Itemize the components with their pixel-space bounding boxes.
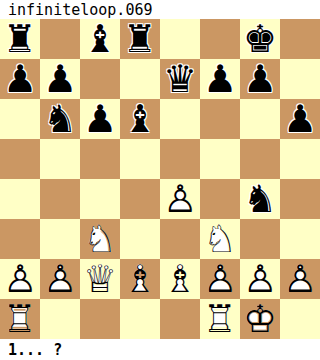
square-a6[interactable] bbox=[0, 99, 40, 139]
square-e8[interactable] bbox=[160, 19, 200, 59]
piece-white-king[interactable]: ♚♔ bbox=[240, 299, 280, 339]
square-a2[interactable]: ♟♙ bbox=[0, 259, 40, 299]
square-f8[interactable] bbox=[200, 19, 240, 59]
piece-white-pawn[interactable]: ♟♙ bbox=[280, 259, 320, 299]
piece-white-knight[interactable]: ♞♘ bbox=[200, 219, 240, 259]
square-e6[interactable] bbox=[160, 99, 200, 139]
piece-black-pawn[interactable]: ♟ bbox=[240, 59, 280, 99]
piece-white-queen[interactable]: ♛♕ bbox=[80, 259, 120, 299]
square-b5[interactable] bbox=[40, 139, 80, 179]
square-e7[interactable]: ♛ bbox=[160, 59, 200, 99]
piece-black-pawn[interactable]: ♟ bbox=[200, 59, 240, 99]
square-g6[interactable] bbox=[240, 99, 280, 139]
square-a3[interactable] bbox=[0, 219, 40, 259]
square-d6[interactable]: ♝ bbox=[120, 99, 160, 139]
square-g2[interactable]: ♟♙ bbox=[240, 259, 280, 299]
square-b2[interactable]: ♟♙ bbox=[40, 259, 80, 299]
square-b6[interactable]: ♞ bbox=[40, 99, 80, 139]
square-h7[interactable] bbox=[280, 59, 320, 99]
square-f2[interactable]: ♟♙ bbox=[200, 259, 240, 299]
square-b8[interactable] bbox=[40, 19, 80, 59]
square-f1[interactable]: ♜♖ bbox=[200, 299, 240, 339]
square-a1[interactable]: ♜♖ bbox=[0, 299, 40, 339]
square-a4[interactable] bbox=[0, 179, 40, 219]
square-b1[interactable] bbox=[40, 299, 80, 339]
square-a5[interactable] bbox=[0, 139, 40, 179]
square-f4[interactable] bbox=[200, 179, 240, 219]
square-f7[interactable]: ♟ bbox=[200, 59, 240, 99]
piece-white-pawn[interactable]: ♟♙ bbox=[0, 259, 40, 299]
square-g4[interactable]: ♞ bbox=[240, 179, 280, 219]
square-d7[interactable] bbox=[120, 59, 160, 99]
square-c2[interactable]: ♛♕ bbox=[80, 259, 120, 299]
piece-black-knight[interactable]: ♞ bbox=[40, 99, 80, 139]
piece-black-pawn[interactable]: ♟ bbox=[280, 99, 320, 139]
square-g7[interactable]: ♟ bbox=[240, 59, 280, 99]
square-h6[interactable]: ♟ bbox=[280, 99, 320, 139]
square-h3[interactable] bbox=[280, 219, 320, 259]
square-e4[interactable]: ♟♙ bbox=[160, 179, 200, 219]
square-e3[interactable] bbox=[160, 219, 200, 259]
square-f6[interactable] bbox=[200, 99, 240, 139]
piece-black-pawn[interactable]: ♟ bbox=[40, 59, 80, 99]
square-h4[interactable] bbox=[280, 179, 320, 219]
square-h1[interactable] bbox=[280, 299, 320, 339]
square-d5[interactable] bbox=[120, 139, 160, 179]
square-b7[interactable]: ♟ bbox=[40, 59, 80, 99]
piece-black-pawn[interactable]: ♟ bbox=[80, 99, 120, 139]
piece-white-pawn[interactable]: ♟♙ bbox=[240, 259, 280, 299]
square-a7[interactable]: ♟ bbox=[0, 59, 40, 99]
piece-white-pawn[interactable]: ♟♙ bbox=[160, 179, 200, 219]
square-c1[interactable] bbox=[80, 299, 120, 339]
square-f3[interactable]: ♞♘ bbox=[200, 219, 240, 259]
piece-white-bishop[interactable]: ♝♗ bbox=[120, 259, 160, 299]
square-c6[interactable]: ♟ bbox=[80, 99, 120, 139]
square-d4[interactable] bbox=[120, 179, 160, 219]
piece-black-rook[interactable]: ♜ bbox=[120, 19, 160, 59]
move-prompt: 1... ? bbox=[0, 339, 320, 360]
piece-white-bishop[interactable]: ♝♗ bbox=[160, 259, 200, 299]
piece-black-queen[interactable]: ♛ bbox=[160, 59, 200, 99]
square-e1[interactable] bbox=[160, 299, 200, 339]
square-d8[interactable]: ♜ bbox=[120, 19, 160, 59]
piece-white-pawn[interactable]: ♟♙ bbox=[40, 259, 80, 299]
square-c4[interactable] bbox=[80, 179, 120, 219]
piece-white-pawn[interactable]: ♟♙ bbox=[200, 259, 240, 299]
piece-black-rook[interactable]: ♜ bbox=[0, 19, 40, 59]
piece-white-rook[interactable]: ♜♖ bbox=[0, 299, 40, 339]
square-g1[interactable]: ♚♔ bbox=[240, 299, 280, 339]
square-e2[interactable]: ♝♗ bbox=[160, 259, 200, 299]
square-g5[interactable] bbox=[240, 139, 280, 179]
square-c3[interactable]: ♞♘ bbox=[80, 219, 120, 259]
piece-black-knight[interactable]: ♞ bbox=[240, 179, 280, 219]
square-a8[interactable]: ♜ bbox=[0, 19, 40, 59]
square-b4[interactable] bbox=[40, 179, 80, 219]
square-g3[interactable] bbox=[240, 219, 280, 259]
square-g8[interactable]: ♚ bbox=[240, 19, 280, 59]
square-h8[interactable] bbox=[280, 19, 320, 59]
square-h5[interactable] bbox=[280, 139, 320, 179]
square-c8[interactable]: ♝ bbox=[80, 19, 120, 59]
chess-board: ♜♝♜♚♟♟♛♟♟♞♟♝♟♟♙♞♞♘♞♘♟♙♟♙♛♕♝♗♝♗♟♙♟♙♟♙♜♖♜♖… bbox=[0, 19, 320, 339]
square-c5[interactable] bbox=[80, 139, 120, 179]
square-e5[interactable] bbox=[160, 139, 200, 179]
piece-black-bishop[interactable]: ♝ bbox=[120, 99, 160, 139]
piece-black-king[interactable]: ♚ bbox=[240, 19, 280, 59]
square-d2[interactable]: ♝♗ bbox=[120, 259, 160, 299]
square-d1[interactable] bbox=[120, 299, 160, 339]
square-b3[interactable] bbox=[40, 219, 80, 259]
square-c7[interactable] bbox=[80, 59, 120, 99]
piece-white-rook[interactable]: ♜♖ bbox=[200, 299, 240, 339]
piece-black-pawn[interactable]: ♟ bbox=[0, 59, 40, 99]
square-f5[interactable] bbox=[200, 139, 240, 179]
piece-black-bishop[interactable]: ♝ bbox=[80, 19, 120, 59]
chess-diagram-window: infiniteloop.069 ♜♝♜♚♟♟♛♟♟♞♟♝♟♟♙♞♞♘♞♘♟♙♟… bbox=[0, 0, 320, 360]
square-d3[interactable] bbox=[120, 219, 160, 259]
square-h2[interactable]: ♟♙ bbox=[280, 259, 320, 299]
piece-white-knight[interactable]: ♞♘ bbox=[80, 219, 120, 259]
